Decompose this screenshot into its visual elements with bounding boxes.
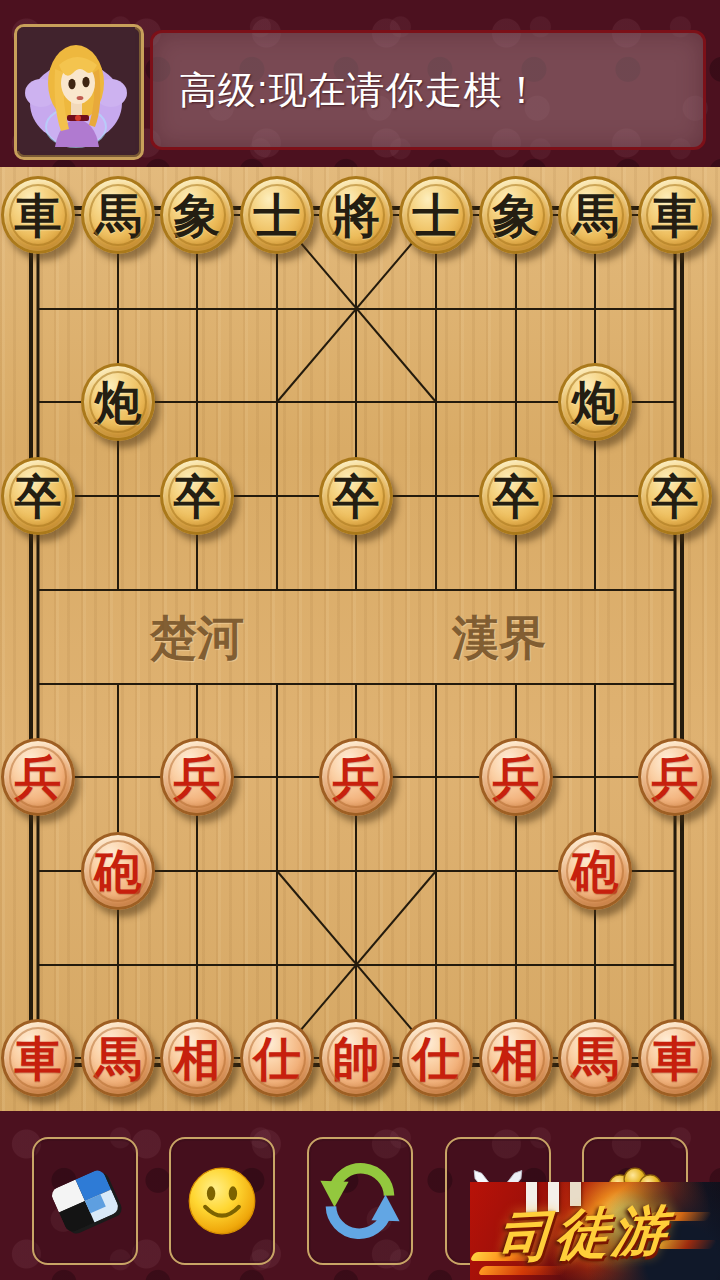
opponent-avatar	[14, 24, 144, 160]
piece-red-chariot[interactable]: 車	[1, 1019, 75, 1097]
smiley-icon	[180, 1159, 264, 1243]
piece-black-soldier[interactable]: 卒	[638, 457, 712, 535]
restart-button[interactable]	[307, 1137, 413, 1265]
piece-black-general[interactable]: 將	[319, 176, 393, 254]
piece-red-advisor[interactable]: 仕	[399, 1019, 473, 1097]
piece-red-soldier[interactable]: 兵	[1, 738, 75, 816]
piece-black-soldier[interactable]: 卒	[1, 457, 75, 535]
piece-black-horse[interactable]: 馬	[558, 176, 632, 254]
piece-black-soldier[interactable]: 卒	[160, 457, 234, 535]
game-message-box: 高级:现在请你走棋！	[150, 30, 706, 150]
xiangqi-app: 高级:现在请你走棋！ 楚河 漢界 車馬象士將士象馬車炮炮卒卒卒卒卒兵兵兵兵兵砲砲…	[0, 0, 720, 1280]
piece-red-horse[interactable]: 馬	[81, 1019, 155, 1097]
game-message-text: 高级:现在请你走棋！	[153, 65, 542, 116]
piece-black-horse[interactable]: 馬	[81, 176, 155, 254]
piece-red-soldier[interactable]: 兵	[319, 738, 393, 816]
piece-red-advisor[interactable]: 仕	[240, 1019, 314, 1097]
piece-red-cannon[interactable]: 砲	[558, 832, 632, 910]
piece-red-soldier[interactable]: 兵	[160, 738, 234, 816]
xiangqi-board[interactable]: 楚河 漢界 車馬象士將士象馬車炮炮卒卒卒卒卒兵兵兵兵兵砲砲車馬相仕帥仕相馬車	[0, 167, 720, 1111]
avatar-girl-illustration	[17, 27, 135, 151]
river-label-right: 漢界	[452, 610, 546, 666]
piece-black-advisor[interactable]: 士	[399, 176, 473, 254]
piece-black-soldier[interactable]: 卒	[479, 457, 553, 535]
piece-red-elephant[interactable]: 相	[479, 1019, 553, 1097]
piece-red-general[interactable]: 帥	[319, 1019, 393, 1097]
piece-black-chariot[interactable]: 車	[1, 176, 75, 254]
banner-title: 司徒游	[495, 1194, 672, 1276]
piece-red-soldier[interactable]: 兵	[479, 738, 553, 816]
ad-banner[interactable]: 司徒游	[470, 1182, 720, 1280]
header-bar: 高级:现在请你走棋！	[0, 0, 720, 167]
undo-button[interactable]	[32, 1137, 138, 1265]
piece-red-elephant[interactable]: 相	[160, 1019, 234, 1097]
eraser-icon	[43, 1159, 127, 1243]
piece-red-soldier[interactable]: 兵	[638, 738, 712, 816]
refresh-icon	[316, 1157, 404, 1245]
piece-black-cannon[interactable]: 炮	[81, 363, 155, 441]
piece-black-elephant[interactable]: 象	[479, 176, 553, 254]
piece-red-cannon[interactable]: 砲	[81, 832, 155, 910]
piece-black-advisor[interactable]: 士	[240, 176, 314, 254]
piece-black-elephant[interactable]: 象	[160, 176, 234, 254]
emote-button[interactable]	[169, 1137, 275, 1265]
piece-black-chariot[interactable]: 車	[638, 176, 712, 254]
board-grid	[0, 167, 720, 1111]
river-label-left: 楚河	[150, 610, 244, 666]
piece-red-chariot[interactable]: 車	[638, 1019, 712, 1097]
piece-black-soldier[interactable]: 卒	[319, 457, 393, 535]
piece-red-horse[interactable]: 馬	[558, 1019, 632, 1097]
piece-black-cannon[interactable]: 炮	[558, 363, 632, 441]
